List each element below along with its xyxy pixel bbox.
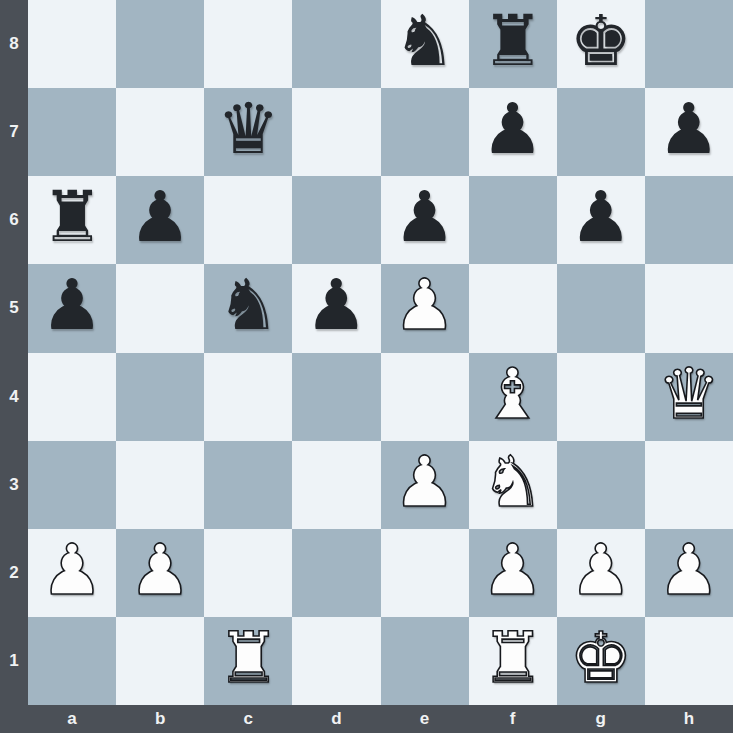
- square-d4[interactable]: [292, 353, 380, 441]
- piece-black-rook-f8[interactable]: ♜: [481, 6, 544, 76]
- piece-white-pawn-f2[interactable]: ♟: [481, 535, 544, 605]
- square-f3[interactable]: ♞: [469, 441, 557, 529]
- square-e7[interactable]: [381, 88, 469, 176]
- square-d5[interactable]: ♟: [292, 264, 380, 352]
- square-c1[interactable]: ♜: [204, 617, 292, 705]
- square-h1[interactable]: [645, 617, 733, 705]
- square-f2[interactable]: ♟: [469, 529, 557, 617]
- file-labels-strip: abcdefgh: [28, 705, 733, 733]
- square-b1[interactable]: [116, 617, 204, 705]
- file-label-e: e: [381, 705, 469, 733]
- piece-white-rook-f1[interactable]: ♜: [481, 623, 544, 693]
- square-h4[interactable]: ♛: [645, 353, 733, 441]
- square-g3[interactable]: [557, 441, 645, 529]
- square-c4[interactable]: [204, 353, 292, 441]
- square-c5[interactable]: ♞: [204, 264, 292, 352]
- square-b4[interactable]: [116, 353, 204, 441]
- square-d3[interactable]: [292, 441, 380, 529]
- square-b7[interactable]: [116, 88, 204, 176]
- file-label-f: f: [469, 705, 557, 733]
- file-label-h: h: [645, 705, 733, 733]
- chess-diagram: 87654321 ♞♜♚♛♟♟♜♟♟♟♟♞♟♟♝♛♟♞♟♟♟♟♟♜♜♚ abcd…: [0, 0, 733, 733]
- square-f8[interactable]: ♜: [469, 0, 557, 88]
- square-h8[interactable]: [645, 0, 733, 88]
- square-f1[interactable]: ♜: [469, 617, 557, 705]
- square-a4[interactable]: [28, 353, 116, 441]
- square-b5[interactable]: [116, 264, 204, 352]
- file-label-g: g: [557, 705, 645, 733]
- square-h3[interactable]: [645, 441, 733, 529]
- file-label-c: c: [204, 705, 292, 733]
- square-h7[interactable]: ♟: [645, 88, 733, 176]
- rank-label-5: 5: [0, 264, 28, 352]
- piece-white-king-g1[interactable]: ♚: [569, 623, 632, 693]
- square-g6[interactable]: ♟: [557, 176, 645, 264]
- piece-white-pawn-g2[interactable]: ♟: [569, 535, 632, 605]
- piece-black-pawn-a5[interactable]: ♟: [41, 270, 104, 340]
- square-a8[interactable]: [28, 0, 116, 88]
- square-b8[interactable]: [116, 0, 204, 88]
- square-h2[interactable]: ♟: [645, 529, 733, 617]
- rank-labels-strip: 87654321: [0, 0, 28, 733]
- rank-label-8: 8: [0, 0, 28, 88]
- piece-white-knight-f3[interactable]: ♞: [481, 447, 544, 517]
- piece-white-pawn-a2[interactable]: ♟: [41, 535, 104, 605]
- piece-white-pawn-e3[interactable]: ♟: [393, 447, 456, 517]
- square-d6[interactable]: [292, 176, 380, 264]
- piece-black-king-g8[interactable]: ♚: [569, 6, 632, 76]
- square-c3[interactable]: [204, 441, 292, 529]
- piece-black-knight-e8[interactable]: ♞: [393, 6, 456, 76]
- square-c6[interactable]: [204, 176, 292, 264]
- square-g8[interactable]: ♚: [557, 0, 645, 88]
- square-f5[interactable]: [469, 264, 557, 352]
- board: ♞♜♚♛♟♟♜♟♟♟♟♞♟♟♝♛♟♞♟♟♟♟♟♜♜♚: [28, 0, 733, 705]
- square-b3[interactable]: [116, 441, 204, 529]
- square-g4[interactable]: [557, 353, 645, 441]
- piece-white-rook-c1[interactable]: ♜: [217, 623, 280, 693]
- piece-black-pawn-d5[interactable]: ♟: [305, 270, 368, 340]
- piece-white-queen-h4[interactable]: ♛: [658, 359, 721, 429]
- square-d8[interactable]: [292, 0, 380, 88]
- square-e5[interactable]: ♟: [381, 264, 469, 352]
- piece-black-pawn-g6[interactable]: ♟: [569, 182, 632, 252]
- square-c2[interactable]: [204, 529, 292, 617]
- piece-white-bishop-f4[interactable]: ♝: [481, 359, 544, 429]
- rank-label-7: 7: [0, 88, 28, 176]
- square-c8[interactable]: [204, 0, 292, 88]
- square-a2[interactable]: ♟: [28, 529, 116, 617]
- square-a5[interactable]: ♟: [28, 264, 116, 352]
- square-f4[interactable]: ♝: [469, 353, 557, 441]
- piece-black-rook-a6[interactable]: ♜: [41, 182, 104, 252]
- piece-black-pawn-f7[interactable]: ♟: [481, 94, 544, 164]
- file-label-b: b: [116, 705, 204, 733]
- square-g2[interactable]: ♟: [557, 529, 645, 617]
- square-g7[interactable]: [557, 88, 645, 176]
- piece-black-pawn-h7[interactable]: ♟: [658, 94, 721, 164]
- square-a6[interactable]: ♜: [28, 176, 116, 264]
- piece-black-pawn-e6[interactable]: ♟: [393, 182, 456, 252]
- rank-label-6: 6: [0, 176, 28, 264]
- square-e2[interactable]: [381, 529, 469, 617]
- rank-label-4: 4: [0, 353, 28, 441]
- square-d1[interactable]: [292, 617, 380, 705]
- square-a1[interactable]: [28, 617, 116, 705]
- piece-black-pawn-b6[interactable]: ♟: [129, 182, 192, 252]
- square-e6[interactable]: ♟: [381, 176, 469, 264]
- square-f7[interactable]: ♟: [469, 88, 557, 176]
- piece-black-knight-c5[interactable]: ♞: [217, 270, 280, 340]
- square-g5[interactable]: [557, 264, 645, 352]
- square-h6[interactable]: [645, 176, 733, 264]
- rank-label-2: 2: [0, 529, 28, 617]
- piece-white-pawn-b2[interactable]: ♟: [129, 535, 192, 605]
- file-label-d: d: [292, 705, 380, 733]
- square-e8[interactable]: ♞: [381, 0, 469, 88]
- square-h5[interactable]: [645, 264, 733, 352]
- piece-white-pawn-e5[interactable]: ♟: [393, 270, 456, 340]
- rank-label-1: 1: [0, 617, 28, 705]
- piece-black-queen-c7[interactable]: ♛: [217, 94, 280, 164]
- square-a3[interactable]: [28, 441, 116, 529]
- square-b6[interactable]: ♟: [116, 176, 204, 264]
- square-d2[interactable]: [292, 529, 380, 617]
- square-f6[interactable]: [469, 176, 557, 264]
- square-d7[interactable]: [292, 88, 380, 176]
- square-c7[interactable]: ♛: [204, 88, 292, 176]
- square-a7[interactable]: [28, 88, 116, 176]
- square-b2[interactable]: ♟: [116, 529, 204, 617]
- square-e4[interactable]: [381, 353, 469, 441]
- piece-white-pawn-h2[interactable]: ♟: [658, 535, 721, 605]
- rank-label-3: 3: [0, 441, 28, 529]
- square-g1[interactable]: ♚: [557, 617, 645, 705]
- file-label-a: a: [28, 705, 116, 733]
- square-e1[interactable]: [381, 617, 469, 705]
- square-e3[interactable]: ♟: [381, 441, 469, 529]
